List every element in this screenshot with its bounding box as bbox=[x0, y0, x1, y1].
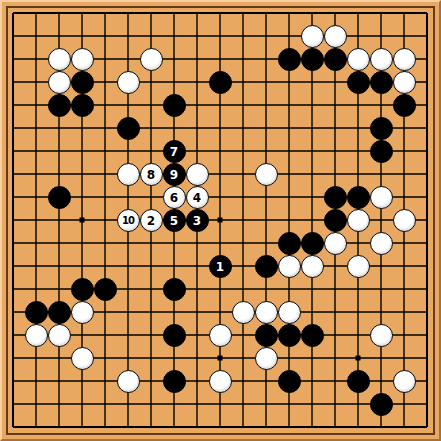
black-stone bbox=[370, 140, 393, 163]
white-stone bbox=[48, 71, 71, 94]
white-stone bbox=[209, 324, 232, 347]
white-stone bbox=[278, 255, 301, 278]
white-stone bbox=[255, 347, 278, 370]
black-stone bbox=[301, 48, 324, 71]
black-stone bbox=[163, 94, 186, 117]
move-number-label: 3 bbox=[193, 215, 201, 227]
black-stone bbox=[347, 71, 370, 94]
white-stone bbox=[255, 163, 278, 186]
white-stone bbox=[370, 324, 393, 347]
white-stone-move-4: 4 bbox=[186, 186, 209, 209]
black-stone bbox=[255, 255, 278, 278]
black-stone bbox=[370, 393, 393, 416]
black-stone bbox=[163, 370, 186, 393]
black-stone bbox=[71, 94, 94, 117]
white-stone bbox=[25, 324, 48, 347]
white-stone bbox=[186, 163, 209, 186]
black-stone bbox=[71, 278, 94, 301]
black-stone bbox=[347, 186, 370, 209]
black-stone bbox=[209, 71, 232, 94]
black-stone-move-1: 1 bbox=[209, 255, 232, 278]
white-stone bbox=[209, 370, 232, 393]
white-stone bbox=[393, 209, 416, 232]
black-stone bbox=[48, 186, 71, 209]
white-stone bbox=[347, 48, 370, 71]
black-stone bbox=[347, 370, 370, 393]
star-point bbox=[218, 356, 223, 361]
black-stone bbox=[117, 117, 140, 140]
black-stone bbox=[393, 94, 416, 117]
move-number-label: 10 bbox=[122, 216, 134, 226]
black-stone bbox=[370, 117, 393, 140]
move-number-label: 1 bbox=[216, 261, 224, 273]
white-stone bbox=[301, 255, 324, 278]
black-stone bbox=[278, 232, 301, 255]
white-stone bbox=[347, 209, 370, 232]
black-stone bbox=[301, 232, 324, 255]
screenshot-stage: 78964102531 bbox=[0, 0, 441, 441]
white-stone bbox=[232, 301, 255, 324]
white-stone bbox=[370, 186, 393, 209]
black-stone bbox=[278, 324, 301, 347]
black-stone bbox=[48, 301, 71, 324]
black-stone-move-7: 7 bbox=[163, 140, 186, 163]
black-stone bbox=[94, 278, 117, 301]
star-point bbox=[80, 218, 85, 223]
move-number-label: 2 bbox=[147, 215, 155, 227]
black-stone-move-9: 9 bbox=[163, 163, 186, 186]
black-stone bbox=[324, 209, 347, 232]
black-stone-move-5: 5 bbox=[163, 209, 186, 232]
white-stone bbox=[255, 301, 278, 324]
white-stone bbox=[71, 48, 94, 71]
black-stone bbox=[278, 48, 301, 71]
black-stone bbox=[255, 324, 278, 347]
black-stone bbox=[324, 186, 347, 209]
white-stone bbox=[71, 347, 94, 370]
white-stone bbox=[278, 301, 301, 324]
black-stone bbox=[301, 324, 324, 347]
black-stone bbox=[48, 94, 71, 117]
white-stone bbox=[370, 232, 393, 255]
move-number-label: 4 bbox=[193, 192, 201, 204]
white-stone bbox=[324, 25, 347, 48]
white-stone bbox=[71, 301, 94, 324]
white-stone bbox=[393, 71, 416, 94]
move-number-label: 8 bbox=[147, 169, 155, 181]
white-stone bbox=[393, 48, 416, 71]
move-number-label: 6 bbox=[170, 192, 178, 204]
white-stone bbox=[140, 48, 163, 71]
white-stone-move-10: 10 bbox=[117, 209, 140, 232]
white-stone bbox=[117, 163, 140, 186]
black-stone bbox=[163, 324, 186, 347]
star-point bbox=[218, 218, 223, 223]
white-stone-move-8: 8 bbox=[140, 163, 163, 186]
white-stone bbox=[393, 370, 416, 393]
black-stone bbox=[163, 278, 186, 301]
black-stone bbox=[25, 301, 48, 324]
white-stone bbox=[48, 48, 71, 71]
move-number-label: 5 bbox=[170, 215, 178, 227]
white-stone bbox=[347, 255, 370, 278]
white-stone-move-6: 6 bbox=[163, 186, 186, 209]
star-point bbox=[356, 356, 361, 361]
white-stone-move-2: 2 bbox=[140, 209, 163, 232]
black-stone bbox=[278, 370, 301, 393]
black-stone bbox=[324, 48, 347, 71]
white-stone bbox=[117, 71, 140, 94]
white-stone bbox=[117, 370, 140, 393]
go-board: 78964102531 bbox=[0, 0, 441, 441]
white-stone bbox=[301, 25, 324, 48]
black-stone bbox=[71, 71, 94, 94]
white-stone bbox=[48, 324, 71, 347]
white-stone bbox=[370, 48, 393, 71]
move-number-label: 7 bbox=[170, 146, 178, 158]
move-number-label: 9 bbox=[170, 169, 178, 181]
white-stone bbox=[324, 232, 347, 255]
black-stone-move-3: 3 bbox=[186, 209, 209, 232]
black-stone bbox=[370, 71, 393, 94]
